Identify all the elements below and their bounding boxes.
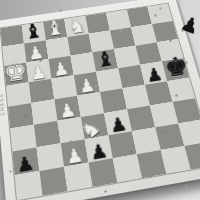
board-grid <box>0 4 200 200</box>
dust-speckles <box>0 0 1 1</box>
chess-board: CHESS ⚜ ⚜ ≈≈ ♝♝♞♟♚♟♟♝♟♟♚♟♞♟♟♟♟ <box>0 0 200 200</box>
square-b1 <box>39 167 67 196</box>
photo-scene: CHESS ⚜ ⚜ ≈≈ ♝♝♞♟♚♟♟♝♟♟♚♟♞♟♟♟♟ ♟ <box>0 0 200 200</box>
square-a1 <box>15 171 43 200</box>
board-frame-text: CHESS <box>0 93 5 116</box>
